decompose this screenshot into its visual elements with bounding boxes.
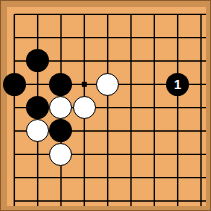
intersection-c5-r6[interactable]: [96, 119, 119, 142]
intersection-c8-r1[interactable]: [166, 3, 189, 26]
intersection-c7-r9[interactable]: [143, 189, 166, 211]
intersection-c5-r3[interactable]: [96, 49, 119, 72]
intersection-c4-r8[interactable]: [73, 166, 96, 189]
intersection-c1-r6[interactable]: [3, 119, 26, 142]
intersection-c4-r3[interactable]: [73, 49, 96, 72]
intersection-c7-r7[interactable]: [143, 143, 166, 166]
intersection-c7-r2[interactable]: [143, 26, 166, 49]
intersection-c4-r9[interactable]: [73, 189, 96, 211]
intersection-c5-r8[interactable]: [96, 166, 119, 189]
intersection-c5-r1[interactable]: [96, 3, 119, 26]
intersection-c3-r9[interactable]: [49, 189, 72, 211]
intersection-c1-r1[interactable]: [3, 3, 26, 26]
intersection-c1-r8[interactable]: [3, 166, 26, 189]
intersection-c5-r2[interactable]: [96, 26, 119, 49]
intersection-c5-r4[interactable]: [96, 73, 119, 96]
intersection-c2-r7[interactable]: [26, 143, 49, 166]
black-stone[interactable]: [3, 73, 26, 96]
intersection-c2-r8[interactable]: [26, 166, 49, 189]
white-stone[interactable]: [26, 119, 49, 142]
intersection-c3-r1[interactable]: [49, 3, 72, 26]
intersection-c6-r1[interactable]: [119, 3, 142, 26]
intersection-c9-r8[interactable]: [189, 166, 211, 189]
intersection-c2-r9[interactable]: [26, 189, 49, 211]
black-stone[interactable]: [26, 49, 49, 72]
intersection-c9-r3[interactable]: [189, 49, 211, 72]
intersection-c3-r8[interactable]: [49, 166, 72, 189]
intersection-c8-r6[interactable]: [166, 119, 189, 142]
intersection-c2-r5[interactable]: [26, 96, 49, 119]
move-number-label: 1: [174, 78, 181, 91]
black-stone[interactable]: [26, 96, 49, 119]
black-stone[interactable]: [49, 73, 72, 96]
intersection-c1-r4[interactable]: [3, 73, 26, 96]
intersection-c2-r3[interactable]: [26, 49, 49, 72]
intersection-c4-r2[interactable]: [73, 26, 96, 49]
intersection-c9-r5[interactable]: [189, 96, 211, 119]
intersection-c6-r3[interactable]: [119, 49, 142, 72]
intersection-c5-r5[interactable]: [96, 96, 119, 119]
intersection-c8-r8[interactable]: [166, 166, 189, 189]
intersection-c1-r2[interactable]: [3, 26, 26, 49]
intersection-c1-r7[interactable]: [3, 143, 26, 166]
intersection-c8-r4[interactable]: 1: [166, 73, 189, 96]
intersection-c9-r2[interactable]: [189, 26, 211, 49]
white-stone[interactable]: [96, 73, 119, 96]
intersection-c3-r7[interactable]: [49, 143, 72, 166]
intersection-c3-r6[interactable]: [49, 119, 72, 142]
go-diagram: 1: [0, 0, 211, 211]
intersection-c6-r6[interactable]: [119, 119, 142, 142]
intersection-c3-r3[interactable]: [49, 49, 72, 72]
intersection-c4-r7[interactable]: [73, 143, 96, 166]
intersection-c9-r6[interactable]: [189, 119, 211, 142]
go-board: 1: [7, 7, 206, 206]
intersection-c2-r6[interactable]: [26, 119, 49, 142]
intersection-c9-r9[interactable]: [189, 189, 211, 211]
intersection-c9-r7[interactable]: [189, 143, 211, 166]
intersection-c6-r4[interactable]: [119, 73, 142, 96]
intersection-c7-r6[interactable]: [143, 119, 166, 142]
intersection-c4-r1[interactable]: [73, 3, 96, 26]
black-stone[interactable]: [49, 119, 72, 142]
intersection-c2-r1[interactable]: [26, 3, 49, 26]
intersection-c3-r2[interactable]: [49, 26, 72, 49]
intersection-c1-r9[interactable]: [3, 189, 26, 211]
intersection-c2-r2[interactable]: [26, 26, 49, 49]
intersection-c1-r5[interactable]: [3, 96, 26, 119]
intersection-c5-r9[interactable]: [96, 189, 119, 211]
intersection-c4-r6[interactable]: [73, 119, 96, 142]
board-grid: 1: [3, 3, 211, 211]
intersection-c7-r8[interactable]: [143, 166, 166, 189]
intersection-c5-r7[interactable]: [96, 143, 119, 166]
intersection-c2-r4[interactable]: [26, 73, 49, 96]
intersection-c8-r9[interactable]: [166, 189, 189, 211]
intersection-c4-r5[interactable]: [73, 96, 96, 119]
intersection-c6-r7[interactable]: [119, 143, 142, 166]
intersection-c6-r5[interactable]: [119, 96, 142, 119]
intersection-c7-r1[interactable]: [143, 3, 166, 26]
intersection-c7-r5[interactable]: [143, 96, 166, 119]
intersection-c3-r4[interactable]: [49, 73, 72, 96]
white-stone[interactable]: [73, 96, 96, 119]
intersection-c6-r8[interactable]: [119, 166, 142, 189]
intersection-c6-r2[interactable]: [119, 26, 142, 49]
intersection-c7-r3[interactable]: [143, 49, 166, 72]
intersection-c8-r7[interactable]: [166, 143, 189, 166]
white-stone[interactable]: [49, 96, 72, 119]
intersection-c3-r5[interactable]: [49, 96, 72, 119]
intersection-c8-r3[interactable]: [166, 49, 189, 72]
intersection-c9-r1[interactable]: [189, 3, 211, 26]
white-stone[interactable]: [49, 143, 72, 166]
intersection-c6-r9[interactable]: [119, 189, 142, 211]
intersection-c7-r4[interactable]: [143, 73, 166, 96]
intersection-c9-r4[interactable]: [189, 73, 211, 96]
intersection-c8-r2[interactable]: [166, 26, 189, 49]
intersection-c8-r5[interactable]: [166, 96, 189, 119]
intersection-c1-r3[interactable]: [3, 49, 26, 72]
intersection-c4-r4[interactable]: [73, 73, 96, 96]
move-1-stone[interactable]: 1: [166, 73, 189, 96]
